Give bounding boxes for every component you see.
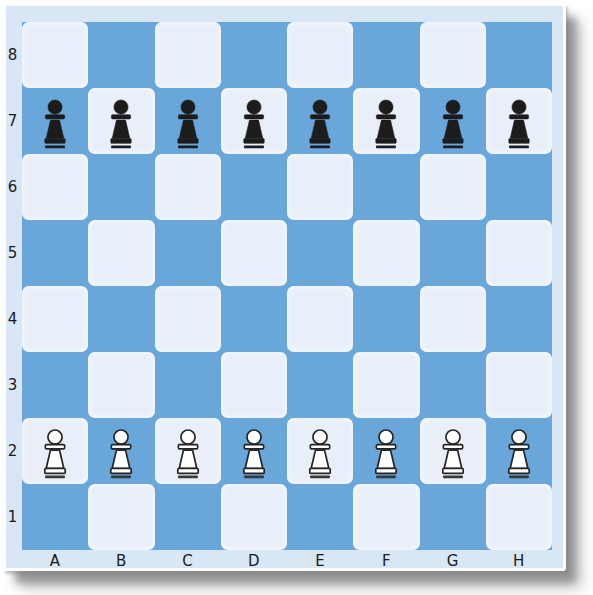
square-e1[interactable] [287, 484, 353, 550]
square-g1[interactable] [420, 484, 486, 550]
white-pawn-e2[interactable] [303, 427, 337, 480]
square-d4[interactable] [221, 286, 287, 352]
square-f7[interactable] [353, 88, 419, 154]
black-pawn-g7[interactable] [436, 97, 470, 150]
black-pawn-f7[interactable] [369, 97, 403, 150]
pawn-icon [237, 97, 271, 150]
square-c8[interactable] [155, 22, 221, 88]
square-h6[interactable] [486, 154, 552, 220]
pawn-icon [303, 97, 337, 150]
black-pawn-e7[interactable] [303, 97, 337, 150]
square-f8[interactable] [353, 22, 419, 88]
square-h3[interactable] [486, 352, 552, 418]
file-label-B: B [88, 551, 154, 571]
square-d3[interactable] [221, 352, 287, 418]
square-f5[interactable] [353, 220, 419, 286]
rank-label-3: 3 [5, 352, 20, 418]
pawn-icon [436, 427, 470, 480]
square-c2[interactable] [155, 418, 221, 484]
square-a5[interactable] [22, 220, 88, 286]
square-a6[interactable] [22, 154, 88, 220]
square-c3[interactable] [155, 352, 221, 418]
square-d7[interactable] [221, 88, 287, 154]
square-e3[interactable] [287, 352, 353, 418]
square-b5[interactable] [88, 220, 154, 286]
square-d2[interactable] [221, 418, 287, 484]
square-f6[interactable] [353, 154, 419, 220]
pawn-icon [502, 97, 536, 150]
pawn-icon [38, 97, 72, 150]
pawn-icon [171, 427, 205, 480]
square-g7[interactable] [420, 88, 486, 154]
chess-board [22, 22, 552, 550]
square-f1[interactable] [353, 484, 419, 550]
square-a1[interactable] [22, 484, 88, 550]
black-pawn-a7[interactable] [38, 97, 72, 150]
square-g6[interactable] [420, 154, 486, 220]
file-label-F: F [353, 551, 419, 571]
file-label-E: E [287, 551, 353, 571]
square-f3[interactable] [353, 352, 419, 418]
square-e7[interactable] [287, 88, 353, 154]
square-h4[interactable] [486, 286, 552, 352]
square-c7[interactable] [155, 88, 221, 154]
square-g2[interactable] [420, 418, 486, 484]
square-h8[interactable] [486, 22, 552, 88]
square-e8[interactable] [287, 22, 353, 88]
pawn-icon [237, 427, 271, 480]
square-b2[interactable] [88, 418, 154, 484]
square-b6[interactable] [88, 154, 154, 220]
rank-label-7: 7 [5, 88, 20, 154]
square-c5[interactable] [155, 220, 221, 286]
square-d8[interactable] [221, 22, 287, 88]
square-f4[interactable] [353, 286, 419, 352]
square-e6[interactable] [287, 154, 353, 220]
square-h5[interactable] [486, 220, 552, 286]
square-f2[interactable] [353, 418, 419, 484]
black-pawn-d7[interactable] [237, 97, 271, 150]
rank-label-4: 4 [5, 286, 20, 352]
black-pawn-c7[interactable] [171, 97, 205, 150]
pawn-icon [171, 97, 205, 150]
rank-label-6: 6 [5, 154, 20, 220]
square-d5[interactable] [221, 220, 287, 286]
rank-label-8: 8 [5, 22, 20, 88]
pawn-icon [104, 97, 138, 150]
square-g5[interactable] [420, 220, 486, 286]
white-pawn-d2[interactable] [237, 427, 271, 480]
square-e2[interactable] [287, 418, 353, 484]
rank-label-2: 2 [5, 418, 20, 484]
square-c1[interactable] [155, 484, 221, 550]
white-pawn-a2[interactable] [38, 427, 72, 480]
white-pawn-h2[interactable] [502, 427, 536, 480]
square-b8[interactable] [88, 22, 154, 88]
square-d1[interactable] [221, 484, 287, 550]
black-pawn-b7[interactable] [104, 97, 138, 150]
page: 87654321 ABCDEFGH [0, 0, 593, 595]
square-e4[interactable] [287, 286, 353, 352]
pawn-icon [104, 427, 138, 480]
file-label-G: G [420, 551, 486, 571]
square-b7[interactable] [88, 88, 154, 154]
white-pawn-c2[interactable] [171, 427, 205, 480]
file-label-H: H [486, 551, 552, 571]
square-h2[interactable] [486, 418, 552, 484]
square-a8[interactable] [22, 22, 88, 88]
square-b3[interactable] [88, 352, 154, 418]
square-a3[interactable] [22, 352, 88, 418]
square-e5[interactable] [287, 220, 353, 286]
pawn-icon [436, 97, 470, 150]
pawn-icon [369, 97, 403, 150]
square-h1[interactable] [486, 484, 552, 550]
rank-label-5: 5 [5, 220, 20, 286]
pawn-icon [303, 427, 337, 480]
white-pawn-b2[interactable] [104, 427, 138, 480]
file-label-C: C [155, 551, 221, 571]
square-a7[interactable] [22, 88, 88, 154]
square-a4[interactable] [22, 286, 88, 352]
file-label-D: D [221, 551, 287, 571]
chess-board-paper: 87654321 ABCDEFGH [3, 3, 566, 571]
square-c6[interactable] [155, 154, 221, 220]
square-g8[interactable] [420, 22, 486, 88]
pawn-icon [369, 427, 403, 480]
square-b1[interactable] [88, 484, 154, 550]
square-c4[interactable] [155, 286, 221, 352]
square-g3[interactable] [420, 352, 486, 418]
black-pawn-h7[interactable] [502, 97, 536, 150]
pawn-icon [38, 427, 72, 480]
rank-label-1: 1 [5, 484, 20, 550]
pawn-icon [502, 427, 536, 480]
square-d6[interactable] [221, 154, 287, 220]
square-a2[interactable] [22, 418, 88, 484]
white-pawn-f2[interactable] [369, 427, 403, 480]
square-g4[interactable] [420, 286, 486, 352]
square-b4[interactable] [88, 286, 154, 352]
square-h7[interactable] [486, 88, 552, 154]
white-pawn-g2[interactable] [436, 427, 470, 480]
file-label-A: A [22, 551, 88, 571]
